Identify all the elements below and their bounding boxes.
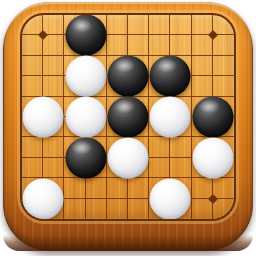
stone-white-A3[interactable] <box>23 97 64 138</box>
icon-background <box>0 0 256 256</box>
stone-white-B3[interactable] <box>65 97 106 138</box>
board-frame-lip <box>3 235 253 251</box>
stone-black-B4[interactable] <box>65 137 106 178</box>
stone-black-E3[interactable] <box>192 97 233 138</box>
hoshi-star-point <box>38 30 48 40</box>
stone-white-E4[interactable] <box>192 137 233 178</box>
stone-black-C2[interactable] <box>108 56 149 97</box>
stone-black-C3[interactable] <box>108 97 149 138</box>
stone-white-B2[interactable] <box>65 56 106 97</box>
stone-white-D3[interactable] <box>150 97 191 138</box>
stone-white-C4[interactable] <box>108 137 149 178</box>
stone-black-B1[interactable] <box>65 15 106 56</box>
stone-white-A5[interactable] <box>23 178 64 219</box>
stones-layer <box>22 15 234 219</box>
go-board[interactable] <box>20 13 236 221</box>
stone-white-D5[interactable] <box>150 178 191 219</box>
hoshi-star-point <box>208 194 218 204</box>
stone-black-D2[interactable] <box>150 56 191 97</box>
hoshi-star-point <box>208 30 218 40</box>
go-app-icon[interactable] <box>3 2 253 251</box>
